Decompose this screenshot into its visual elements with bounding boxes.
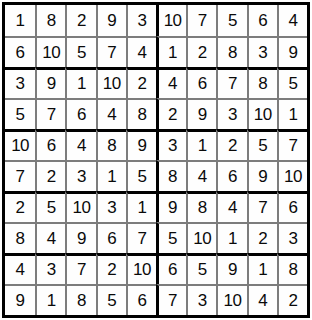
cell-r10c6[interactable]: 7 — [156, 284, 186, 315]
cell-r3c8[interactable]: 7 — [216, 67, 246, 98]
cell-r4c10[interactable]: 1 — [277, 98, 307, 129]
cell-r9c1[interactable]: 4 — [5, 253, 35, 284]
cell-r3c10[interactable]: 5 — [277, 67, 307, 98]
cell-r8c10[interactable]: 3 — [277, 222, 307, 253]
cell-r5c3[interactable]: 4 — [65, 129, 95, 160]
cell-r2c7[interactable]: 2 — [186, 36, 216, 67]
cell-r6c6[interactable]: 8 — [156, 160, 186, 191]
cell-r8c1[interactable]: 8 — [5, 222, 35, 253]
cell-r4c8[interactable]: 3 — [216, 98, 246, 129]
sudoku-board: 1829310756461057412839391102467855764829… — [2, 2, 310, 318]
cell-r8c9[interactable]: 2 — [247, 222, 277, 253]
cell-r7c8[interactable]: 4 — [216, 191, 246, 222]
cell-r1c7[interactable]: 7 — [186, 5, 216, 36]
cell-r2c5[interactable]: 4 — [126, 36, 156, 67]
cell-r4c7[interactable]: 9 — [186, 98, 216, 129]
cell-r9c6[interactable]: 6 — [156, 253, 186, 284]
cell-r4c3[interactable]: 6 — [65, 98, 95, 129]
cell-r2c2[interactable]: 10 — [35, 36, 65, 67]
cell-r8c3[interactable]: 9 — [65, 222, 95, 253]
cell-r5c8[interactable]: 2 — [216, 129, 246, 160]
cell-r6c10[interactable]: 10 — [277, 160, 307, 191]
cell-r1c10[interactable]: 4 — [277, 5, 307, 36]
cell-r7c1[interactable]: 2 — [5, 191, 35, 222]
cell-r10c2[interactable]: 1 — [35, 284, 65, 315]
cell-r9c9[interactable]: 1 — [247, 253, 277, 284]
cell-r4c1[interactable]: 5 — [5, 98, 35, 129]
cell-r9c8[interactable]: 9 — [216, 253, 246, 284]
cell-r7c10[interactable]: 6 — [277, 191, 307, 222]
cell-r3c2[interactable]: 9 — [35, 67, 65, 98]
cell-r7c9[interactable]: 7 — [247, 191, 277, 222]
cell-r3c9[interactable]: 8 — [247, 67, 277, 98]
cell-r1c1[interactable]: 1 — [5, 5, 35, 36]
cell-r9c4[interactable]: 2 — [96, 253, 126, 284]
cell-r9c7[interactable]: 5 — [186, 253, 216, 284]
cell-r4c5[interactable]: 8 — [126, 98, 156, 129]
cell-r8c2[interactable]: 4 — [35, 222, 65, 253]
cell-r9c5[interactable]: 10 — [126, 253, 156, 284]
cell-r6c4[interactable]: 1 — [96, 160, 126, 191]
cell-r1c2[interactable]: 8 — [35, 5, 65, 36]
cell-r3c7[interactable]: 6 — [186, 67, 216, 98]
cell-r10c10[interactable]: 2 — [277, 284, 307, 315]
cell-r10c9[interactable]: 4 — [247, 284, 277, 315]
cell-r5c7[interactable]: 1 — [186, 129, 216, 160]
cell-r3c3[interactable]: 1 — [65, 67, 95, 98]
cell-r7c4[interactable]: 3 — [96, 191, 126, 222]
cell-r7c7[interactable]: 8 — [186, 191, 216, 222]
cell-r5c4[interactable]: 8 — [96, 129, 126, 160]
cell-r6c8[interactable]: 6 — [216, 160, 246, 191]
cell-r9c2[interactable]: 3 — [35, 253, 65, 284]
cell-r3c6[interactable]: 4 — [156, 67, 186, 98]
cell-r10c5[interactable]: 6 — [126, 284, 156, 315]
cell-r6c3[interactable]: 3 — [65, 160, 95, 191]
cell-r5c2[interactable]: 6 — [35, 129, 65, 160]
cell-r4c2[interactable]: 7 — [35, 98, 65, 129]
cell-r7c5[interactable]: 1 — [126, 191, 156, 222]
cell-r6c1[interactable]: 7 — [5, 160, 35, 191]
cell-r5c6[interactable]: 3 — [156, 129, 186, 160]
cell-r2c4[interactable]: 7 — [96, 36, 126, 67]
cell-r10c8[interactable]: 10 — [216, 284, 246, 315]
cell-r3c4[interactable]: 10 — [96, 67, 126, 98]
cell-r5c1[interactable]: 10 — [5, 129, 35, 160]
cell-r4c9[interactable]: 10 — [247, 98, 277, 129]
cell-r1c6[interactable]: 10 — [156, 5, 186, 36]
cell-r9c3[interactable]: 7 — [65, 253, 95, 284]
cell-r10c4[interactable]: 5 — [96, 284, 126, 315]
cell-r2c9[interactable]: 3 — [247, 36, 277, 67]
cell-r2c8[interactable]: 8 — [216, 36, 246, 67]
cell-r1c4[interactable]: 9 — [96, 5, 126, 36]
cell-r2c10[interactable]: 9 — [277, 36, 307, 67]
cell-r8c6[interactable]: 5 — [156, 222, 186, 253]
cell-r8c7[interactable]: 10 — [186, 222, 216, 253]
cell-r5c5[interactable]: 9 — [126, 129, 156, 160]
cell-r6c9[interactable]: 9 — [247, 160, 277, 191]
cell-r1c3[interactable]: 2 — [65, 5, 95, 36]
cell-r10c1[interactable]: 9 — [5, 284, 35, 315]
cell-r4c6[interactable]: 2 — [156, 98, 186, 129]
cell-r9c10[interactable]: 8 — [277, 253, 307, 284]
cell-r6c7[interactable]: 4 — [186, 160, 216, 191]
cell-r1c5[interactable]: 3 — [126, 5, 156, 36]
cell-r6c2[interactable]: 2 — [35, 160, 65, 191]
cell-r1c9[interactable]: 6 — [247, 5, 277, 36]
cell-r1c8[interactable]: 5 — [216, 5, 246, 36]
cell-r3c1[interactable]: 3 — [5, 67, 35, 98]
cell-r7c6[interactable]: 9 — [156, 191, 186, 222]
cell-r8c5[interactable]: 7 — [126, 222, 156, 253]
cell-r2c1[interactable]: 6 — [5, 36, 35, 67]
cell-r7c2[interactable]: 5 — [35, 191, 65, 222]
cell-r2c3[interactable]: 5 — [65, 36, 95, 67]
cell-r2c6[interactable]: 1 — [156, 36, 186, 67]
cell-r8c8[interactable]: 1 — [216, 222, 246, 253]
cell-r5c10[interactable]: 7 — [277, 129, 307, 160]
cell-r10c7[interactable]: 3 — [186, 284, 216, 315]
cell-r7c3[interactable]: 10 — [65, 191, 95, 222]
cell-r4c4[interactable]: 4 — [96, 98, 126, 129]
cell-r8c4[interactable]: 6 — [96, 222, 126, 253]
cell-r5c9[interactable]: 5 — [247, 129, 277, 160]
cell-r6c5[interactable]: 5 — [126, 160, 156, 191]
cell-r3c5[interactable]: 2 — [126, 67, 156, 98]
cell-r10c3[interactable]: 8 — [65, 284, 95, 315]
